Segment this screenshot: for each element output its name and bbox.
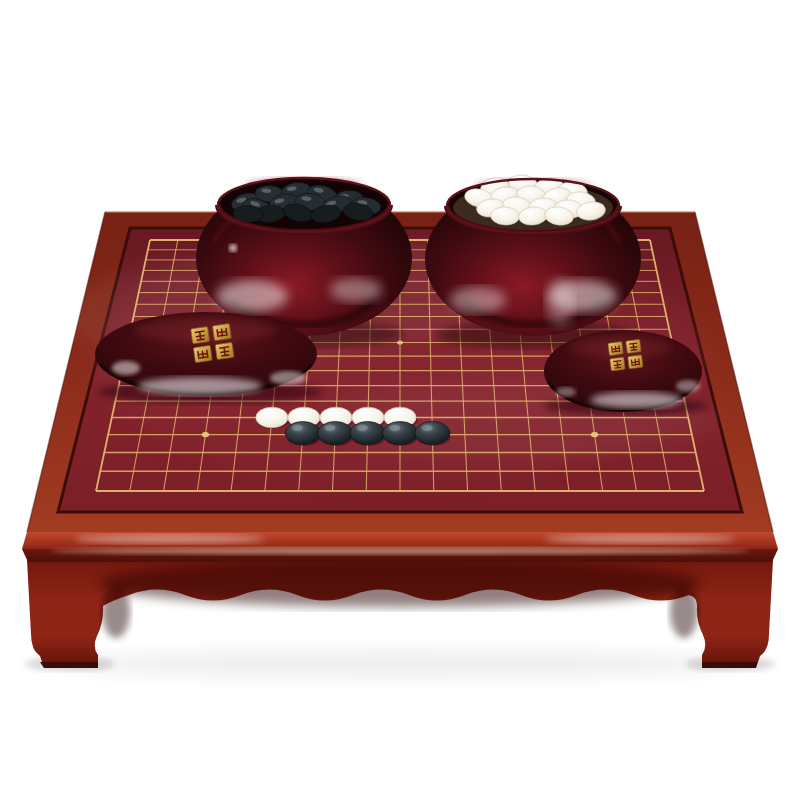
specular-highlight — [138, 377, 262, 395]
stone-highlight — [389, 425, 400, 432]
white-stone[interactable] — [256, 407, 288, 428]
stone-highlight — [357, 425, 368, 432]
stone-highlight — [292, 425, 303, 432]
specular-highlight — [590, 392, 682, 408]
star-point — [202, 432, 209, 437]
black-stone[interactable] — [382, 421, 417, 444]
left-foot-base — [40, 662, 98, 668]
black-stone[interactable] — [285, 421, 320, 444]
stone-highlight — [422, 425, 433, 432]
black-stone[interactable] — [350, 421, 385, 444]
table-front-edge — [22, 532, 778, 562]
right-foot-base — [702, 662, 758, 668]
black-stone[interactable] — [415, 421, 450, 444]
specular-highlight — [216, 280, 288, 312]
go-set-product-photo: Wooden Go (Weiqi) table set with stone b… — [0, 0, 800, 800]
black-stone[interactable] — [318, 421, 353, 444]
go-table-scene: Wooden Go (Weiqi) table set with stone b… — [0, 0, 800, 800]
stone-highlight — [324, 425, 335, 432]
